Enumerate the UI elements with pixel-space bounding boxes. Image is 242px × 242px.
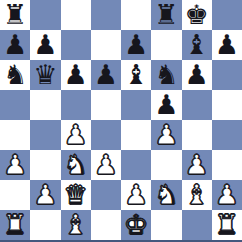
square-b4[interactable] — [30, 120, 60, 150]
black-bishop[interactable]: ♝ — [124, 61, 148, 88]
square-h2[interactable]: ♟ — [212, 180, 242, 210]
square-g2[interactable]: ♝ — [182, 180, 212, 210]
square-c5[interactable] — [61, 90, 91, 120]
square-g1[interactable] — [182, 210, 212, 240]
square-e6[interactable]: ♝ — [121, 60, 151, 90]
square-f5[interactable]: ♟ — [151, 90, 181, 120]
square-c1[interactable]: ♝ — [61, 210, 91, 240]
white-bishop[interactable]: ♝ — [64, 211, 88, 238]
square-e4[interactable] — [121, 120, 151, 150]
white-pawn[interactable]: ♟ — [154, 121, 178, 148]
white-pawn[interactable]: ♟ — [94, 151, 118, 178]
square-a3[interactable]: ♟ — [0, 150, 30, 180]
square-c3[interactable]: ♞ — [61, 150, 91, 180]
square-a6[interactable]: ♞ — [0, 60, 30, 90]
black-bishop[interactable]: ♝ — [185, 31, 209, 58]
white-bishop[interactable]: ♝ — [185, 181, 209, 208]
square-g5[interactable] — [182, 90, 212, 120]
square-a8[interactable]: ♜ — [0, 0, 30, 30]
white-rook[interactable]: ♜ — [215, 211, 239, 238]
square-c2[interactable]: ♛ — [61, 180, 91, 210]
white-king[interactable]: ♚ — [124, 211, 148, 238]
square-c6[interactable]: ♟ — [61, 60, 91, 90]
black-pawn[interactable]: ♟ — [124, 31, 148, 58]
white-pawn[interactable]: ♟ — [185, 151, 209, 178]
square-e5[interactable] — [121, 90, 151, 120]
square-e2[interactable]: ♟ — [121, 180, 151, 210]
square-h7[interactable]: ♟ — [212, 30, 242, 60]
square-g4[interactable] — [182, 120, 212, 150]
square-f8[interactable]: ♜ — [151, 0, 181, 30]
white-pawn[interactable]: ♟ — [215, 181, 239, 208]
square-b3[interactable] — [30, 150, 60, 180]
square-a2[interactable] — [0, 180, 30, 210]
black-king[interactable]: ♚ — [185, 1, 209, 28]
black-knight[interactable]: ♞ — [154, 61, 178, 88]
square-g8[interactable]: ♚ — [182, 0, 212, 30]
square-g7[interactable]: ♝ — [182, 30, 212, 60]
square-d4[interactable] — [91, 120, 121, 150]
square-f7[interactable] — [151, 30, 181, 60]
square-h5[interactable] — [212, 90, 242, 120]
square-e1[interactable]: ♚ — [121, 210, 151, 240]
square-f2[interactable]: ♞ — [151, 180, 181, 210]
square-e8[interactable] — [121, 0, 151, 30]
square-b1[interactable] — [30, 210, 60, 240]
black-pawn[interactable]: ♟ — [64, 61, 88, 88]
square-h6[interactable] — [212, 60, 242, 90]
square-b6[interactable]: ♛ — [30, 60, 60, 90]
square-b7[interactable]: ♟ — [30, 30, 60, 60]
square-g6[interactable]: ♟ — [182, 60, 212, 90]
black-pawn[interactable]: ♟ — [154, 91, 178, 118]
square-h8[interactable] — [212, 0, 242, 30]
square-d6[interactable]: ♟ — [91, 60, 121, 90]
black-pawn[interactable]: ♟ — [94, 61, 118, 88]
white-pawn[interactable]: ♟ — [64, 121, 88, 148]
black-rook[interactable]: ♜ — [154, 1, 178, 28]
square-a7[interactable]: ♟ — [0, 30, 30, 60]
square-d3[interactable]: ♟ — [91, 150, 121, 180]
white-pawn[interactable]: ♟ — [3, 151, 27, 178]
square-b2[interactable]: ♟ — [30, 180, 60, 210]
square-d8[interactable] — [91, 0, 121, 30]
square-e7[interactable]: ♟ — [121, 30, 151, 60]
square-d5[interactable] — [91, 90, 121, 120]
square-d7[interactable] — [91, 30, 121, 60]
white-pawn[interactable]: ♟ — [33, 181, 57, 208]
square-c7[interactable] — [61, 30, 91, 60]
black-queen[interactable]: ♛ — [33, 61, 57, 88]
square-a4[interactable] — [0, 120, 30, 150]
square-c8[interactable] — [61, 0, 91, 30]
chess-board: ♜♜♚♟♟♟♝♟♞♛♟♟♝♞♟♟♟♟♟♞♟♟♟♛♟♞♝♟♜♝♚♜ — [0, 0, 242, 242]
black-pawn[interactable]: ♟ — [33, 31, 57, 58]
white-queen[interactable]: ♛ — [64, 181, 88, 208]
square-h4[interactable] — [212, 120, 242, 150]
square-f6[interactable]: ♞ — [151, 60, 181, 90]
square-a1[interactable]: ♜ — [0, 210, 30, 240]
black-knight[interactable]: ♞ — [3, 61, 27, 88]
square-e3[interactable] — [121, 150, 151, 180]
square-g3[interactable]: ♟ — [182, 150, 212, 180]
square-b8[interactable] — [30, 0, 60, 30]
square-a5[interactable] — [0, 90, 30, 120]
square-h3[interactable] — [212, 150, 242, 180]
white-knight[interactable]: ♞ — [64, 151, 88, 178]
square-d2[interactable] — [91, 180, 121, 210]
white-pawn[interactable]: ♟ — [124, 181, 148, 208]
square-d1[interactable] — [91, 210, 121, 240]
square-b5[interactable] — [30, 90, 60, 120]
square-h1[interactable]: ♜ — [212, 210, 242, 240]
square-c4[interactable]: ♟ — [61, 120, 91, 150]
white-rook[interactable]: ♜ — [3, 211, 27, 238]
square-f3[interactable] — [151, 150, 181, 180]
black-pawn[interactable]: ♟ — [185, 61, 209, 88]
white-knight[interactable]: ♞ — [154, 181, 178, 208]
black-pawn[interactable]: ♟ — [215, 31, 239, 58]
square-f1[interactable] — [151, 210, 181, 240]
black-rook[interactable]: ♜ — [3, 1, 27, 28]
square-f4[interactable]: ♟ — [151, 120, 181, 150]
black-pawn[interactable]: ♟ — [3, 31, 27, 58]
